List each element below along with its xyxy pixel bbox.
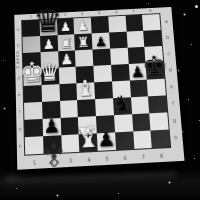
black-knight: ♞ — [112, 93, 132, 115]
board-coordinate-label: d — [169, 68, 172, 73]
club-emblem-icon — [43, 141, 64, 171]
board-square-a5 — [91, 17, 109, 34]
board-square-e3 — [59, 83, 77, 101]
board-square-a7 — [125, 15, 143, 32]
board-coordinate-label: a — [17, 27, 19, 31]
board-square-f4 — [77, 99, 96, 117]
board-square-b7 — [126, 31, 144, 48]
white-rook: ♜ — [59, 36, 72, 50]
board-coordinate-label: 5 — [98, 11, 101, 16]
board-coordinate-label: b — [17, 43, 19, 47]
white-bishop: ♝ — [75, 78, 95, 100]
board-coordinate-label: 6 — [124, 156, 127, 162]
board-square-b8 — [143, 30, 162, 47]
board-coordinate-label: 3 — [69, 158, 72, 164]
board-square-c5 — [92, 49, 110, 66]
board-coordinate-label: 7 — [132, 10, 135, 15]
board-square-h6 — [115, 131, 134, 149]
board-square-d5 — [93, 65, 111, 82]
board-coordinate-label: h — [19, 144, 22, 148]
board-square-h1 — [25, 136, 44, 154]
board-coordinate-label: b — [166, 35, 169, 40]
board-square-g7 — [132, 113, 151, 131]
chess-board: 12345678 12345678 abcdefgh abcdefgh CHES… — [14, 7, 184, 170]
white-pawn: ♟ — [60, 52, 74, 67]
board-coordinate-label: 7 — [142, 155, 146, 161]
board-coordinate-label: f — [18, 109, 21, 113]
board-square-f7 — [130, 96, 149, 114]
board-coordinate-label: 6 — [115, 11, 118, 16]
board-coordinate-label: 4 — [87, 157, 90, 163]
board-coordinate-label: g — [19, 127, 22, 131]
board-coordinate-label: 5 — [106, 156, 109, 162]
board-coordinate-label: 3 — [64, 13, 67, 18]
board-square-g6 — [114, 114, 133, 132]
board-square-g8 — [149, 112, 168, 130]
board-coordinate-label: e — [18, 93, 21, 97]
photo-canvas: 12345678 12345678 abcdefgh abcdefgh CHES… — [0, 0, 200, 200]
black-king: ♚ — [141, 52, 168, 80]
black-queen: ♛ — [33, 5, 63, 37]
board-coordinate-label: 8 — [160, 154, 164, 160]
board-square-c4 — [75, 49, 93, 66]
board-coordinate-label: c — [167, 51, 170, 56]
white-pawn: ♟ — [60, 22, 72, 35]
board-coordinate-label: 1 — [29, 15, 31, 20]
white-pawn: ♟ — [42, 38, 55, 52]
board-square-h8 — [151, 130, 170, 148]
black-pawn: ♟ — [97, 129, 116, 150]
board-square-e5 — [94, 81, 113, 99]
board-square-h7 — [133, 131, 152, 149]
board-coordinate-label: e — [170, 84, 173, 89]
white-queen: ♛ — [39, 61, 61, 86]
board-square-d6 — [111, 64, 130, 81]
board-square-f8 — [148, 95, 167, 113]
board-coordinate-label: h — [174, 135, 177, 140]
board-square-f1 — [24, 102, 42, 120]
board-square-b6 — [109, 32, 127, 49]
board-coordinate-label: a — [165, 19, 168, 24]
board-coordinate-label: 8 — [149, 9, 152, 14]
board-square-a6 — [108, 16, 126, 33]
board-square-f3 — [60, 100, 79, 118]
board-coordinate-label: g — [173, 118, 176, 123]
board-coordinate-label: 4 — [81, 12, 84, 17]
board-coordinate-label: f — [171, 101, 174, 106]
black-pawn: ♟ — [43, 116, 61, 136]
white-rook: ♜ — [77, 35, 90, 49]
black-pawn: ♟ — [94, 35, 107, 49]
board-square-a8 — [142, 14, 160, 31]
board-square-g1 — [24, 119, 42, 137]
board-coordinate-label: 1 — [33, 160, 36, 166]
white-pawn: ♟ — [77, 21, 89, 34]
board-square-c6 — [110, 48, 128, 65]
board-square-f5 — [95, 98, 114, 116]
floor-sheen — [0, 170, 200, 200]
